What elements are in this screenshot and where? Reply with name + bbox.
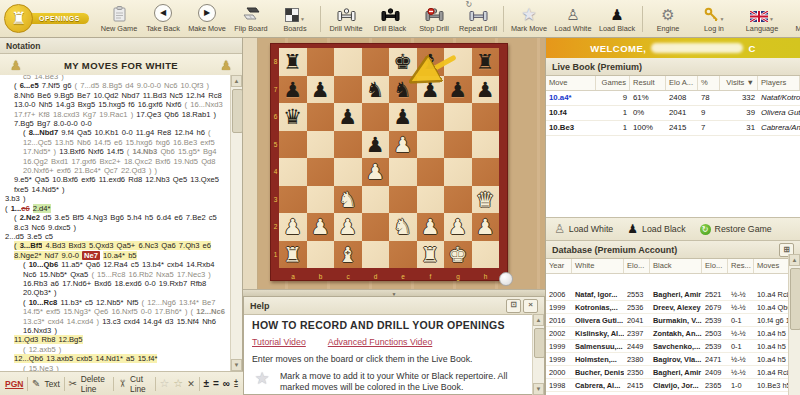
black-pawn[interactable]: ♟ — [366, 131, 385, 159]
white-pawn[interactable]: ♟ — [311, 213, 330, 241]
move-text[interactable]: 7.Bg5 Bg7 8.0-0-0 0-0 — [14, 119, 92, 128]
language-button[interactable]: ▼ Language — [737, 2, 787, 36]
black-knight[interactable]: ♞ — [393, 76, 412, 104]
cell[interactable]: 31 — [720, 121, 758, 135]
notation-line[interactable]: 11.Qd3 Rb8 12.Bg5 — [2, 335, 229, 344]
square-b1[interactable] — [307, 241, 335, 269]
square-b8[interactable] — [307, 48, 335, 76]
chess-board[interactable]: ♜♚♝♜♟♟♞♞♟♟♟♛♟♟♟♟♟♞♛♟♟♟♞♟♟♟♜♝♜♚ 87654321 … — [270, 43, 508, 281]
square-h3[interactable]: ♛ — [472, 186, 500, 214]
square-h5[interactable] — [472, 131, 500, 159]
cell[interactable]: 10.f4 g6 11.b4 h5... — [754, 314, 788, 326]
square-f5[interactable] — [417, 131, 445, 159]
notation-moves-area[interactable]: c5 14.Be3 )( 6...e5 7.Nf5 g6 ( 7...d5 8.… — [0, 75, 232, 371]
cell[interactable]: 2536 — [624, 301, 650, 313]
square-e7[interactable]: ♞ — [389, 76, 417, 104]
log-in-button[interactable]: ▼ Log in — [691, 2, 737, 36]
square-d8[interactable] — [362, 48, 390, 76]
cell[interactable]: 2471 — [702, 353, 728, 365]
column-header-result[interactable]: Result — [630, 76, 666, 90]
cell[interactable]: Bagirov, Vla... — [650, 353, 702, 365]
load-black-button[interactable]: ♟ Load Black — [596, 2, 638, 36]
cell[interactable]: 1998 — [546, 379, 572, 391]
scroll-up-arrow[interactable]: ▲ — [533, 314, 544, 326]
scroll-down-arrow[interactable]: ▼ — [231, 359, 242, 371]
cell[interactable]: Nataf, Igor... — [572, 288, 624, 300]
square-d1[interactable] — [362, 241, 390, 269]
cell[interactable]: Olivera Guti... — [758, 106, 800, 120]
column-header-black[interactable]: Black — [650, 259, 702, 273]
notation-line[interactable]: 2...d5 3.e5 c5 — [2, 232, 229, 241]
cell[interactable]: 39 — [720, 106, 758, 120]
black-bishop[interactable]: ♝ — [421, 48, 440, 76]
black-pawn[interactable]: ♟ — [448, 76, 467, 104]
move-text[interactable]: 2...d5 3.e5 c5 — [5, 232, 53, 241]
cell[interactable]: 10.a4 Qb6 11.a5... — [754, 301, 788, 313]
database-game-row[interactable]: 1998Cabrera, Al...2415Clavijo, Jor...236… — [546, 379, 788, 392]
square-g4[interactable] — [444, 158, 472, 186]
square-g8[interactable] — [444, 48, 472, 76]
cell[interactable]: ½-½ — [728, 301, 754, 313]
database-scrollbar[interactable]: ▲ ▼ — [788, 254, 800, 395]
cell[interactable]: 2365 — [702, 379, 728, 391]
notation-line[interactable]: ( 10...Rc8 11.b3* c5 12.Nb5* Nf5 ( 12...… — [2, 298, 229, 336]
move-text[interactable]: 10.a4* b5 — [103, 251, 137, 260]
database-game-row[interactable]: 2002Kislinsky, Al...2397Zontakh, An...25… — [546, 327, 788, 340]
cell[interactable]: 2539 — [702, 314, 728, 326]
cell[interactable]: 0-1 — [728, 314, 754, 326]
help-scrollbar[interactable]: ▲ ▼ — [532, 314, 544, 395]
square-a4[interactable] — [279, 158, 307, 186]
flip-board-button[interactable]: Flip Board — [230, 2, 272, 36]
cell[interactable]: 2041 — [624, 314, 650, 326]
square-b7[interactable]: ♟ — [307, 76, 335, 104]
square-h1[interactable] — [472, 241, 500, 269]
cell[interactable]: Kislinsky, Al... — [572, 327, 624, 339]
move-text[interactable]: 3.b3 ) — [5, 194, 25, 203]
cell[interactable]: Salmensuu,... — [572, 340, 624, 352]
white-knight[interactable]: ♞ — [338, 186, 357, 214]
chess-piece-logo-icon: ♜ — [4, 4, 33, 33]
cell[interactable]: 2350 — [624, 366, 650, 378]
cell[interactable]: Kotronias,... — [572, 301, 624, 313]
white-rook[interactable]: ♜ — [421, 241, 440, 269]
white-pawn[interactable]: ♟ — [476, 213, 495, 241]
cell[interactable]: 61% — [630, 91, 666, 105]
notation-line[interactable]: ( 3...Bf5 4.Bd3 Bxd3 5.Qxd3 Qa5+ 6.Nc3 Q… — [2, 241, 229, 260]
column-header-games[interactable]: Games — [596, 76, 630, 90]
square-d3[interactable] — [362, 186, 390, 214]
square-c1[interactable]: ♝ — [334, 241, 362, 269]
cell[interactable]: 1-0 — [728, 379, 754, 391]
column-header-white[interactable]: White — [572, 259, 624, 273]
move-text[interactable]: 6...e5 — [20, 81, 39, 90]
move-text[interactable]: d5 3.e5 Bf5 4.Ng3 Bg6 5.h4 h5 6.d4 e6 7.… — [14, 213, 217, 231]
square-b5[interactable] — [307, 131, 335, 159]
move-text[interactable]: 17.Qe3 Qb6 18.Rab1 ) — [136, 110, 216, 119]
restore-game-button[interactable]: ↻ Restore Game — [700, 224, 772, 235]
database-header: Database (Premium Account) ⊞ — [546, 240, 800, 259]
cell[interactable]: 2539 — [702, 340, 728, 352]
white-pawn[interactable]: ♟ — [421, 213, 440, 241]
move-text[interactable]: ( 15...Rc8 16.Rb2 Nxa5 17.Nec3 ) — [91, 270, 210, 279]
cell[interactable]: ½-½ — [728, 327, 754, 339]
cell[interactable]: Bagheri, Amir — [650, 288, 702, 300]
square-a8[interactable]: ♜ — [279, 48, 307, 76]
move-text[interactable]: 11.Qd3 Rb8 12.Bg5 — [14, 335, 83, 344]
cell[interactable]: 10.a4 Rc8 11.Rd1... — [754, 366, 788, 378]
cell[interactable]: 10.a4 Rc8 11.Be3... — [754, 288, 788, 300]
square-h4[interactable] — [472, 158, 500, 186]
stop-drill-button[interactable]: Stop Drill — [413, 2, 455, 36]
scrollbar-thumb[interactable] — [232, 89, 243, 133]
move-text[interactable]: c6 — [21, 204, 29, 213]
close-icon[interactable]: × — [523, 299, 538, 313]
database-game-row[interactable]: 1999Salmensuu,...2449Savchenko,...25390-… — [546, 340, 788, 353]
cell[interactable]: 7 — [698, 121, 720, 135]
cell[interactable]: 2006 — [546, 288, 572, 300]
star-outline-icon[interactable]: ☆ — [159, 377, 169, 390]
move-text[interactable]: ( — [14, 241, 20, 250]
notation-line[interactable]: ( 8...Nbd7 9.f4 Qa5 10.Kb1 0-0 11.g4 Re8… — [2, 128, 229, 175]
cell[interactable]: 10.a4 h5 11.Bg5... — [754, 327, 788, 339]
eval-plus-minus-button[interactable]: ± — [203, 378, 209, 389]
square-c7[interactable] — [334, 76, 362, 104]
cell[interactable]: 2397 — [624, 327, 650, 339]
cell[interactable]: 1999 — [546, 340, 572, 352]
square-a7[interactable]: ♟ — [279, 76, 307, 104]
move-text[interactable]: ( 7...d5 8.Bg5 d4 9.0-0-0 Nc6 10.Qf3 ) — [75, 81, 209, 90]
column-header-move[interactable]: Move — [546, 76, 596, 90]
square-g2[interactable]: ♟ — [444, 213, 472, 241]
new-game-button[interactable]: New Game — [98, 2, 140, 36]
square-g1[interactable]: ♚ — [444, 241, 472, 269]
black-pawn[interactable]: ♟ — [311, 76, 330, 104]
mark-move-button[interactable]: ★ Mark Move — [508, 2, 550, 36]
cell[interactable]: 2380 — [624, 353, 650, 365]
white-pawn[interactable]: ♟ — [366, 158, 385, 186]
cell[interactable]: 10.f4 — [546, 106, 596, 120]
cell[interactable]: Olivera Guti... — [572, 314, 624, 326]
cell[interactable]: Bagheri, Amir — [650, 366, 702, 378]
popout-icon[interactable]: ⊡ — [506, 299, 521, 313]
scrollbar-thumb[interactable] — [534, 328, 545, 358]
move-text[interactable]: c5 14.Be3 ) — [23, 75, 64, 81]
square-f2[interactable]: ♟ — [417, 213, 445, 241]
load-white-button[interactable]: ♙ Load White — [554, 223, 613, 235]
move-text[interactable]: 2.Ne2 — [20, 213, 40, 222]
repeat-drill-label: Repeat Drill — [459, 24, 497, 33]
square-b3[interactable] — [307, 186, 335, 214]
black-pawn[interactable]: ♟ — [283, 76, 302, 104]
square-h7[interactable]: ♟ — [472, 76, 500, 104]
scroll-up-arrow[interactable]: ▲ — [231, 75, 242, 87]
make-move-button[interactable]: ▶ Make Move — [186, 2, 228, 36]
text-button[interactable]: Text — [44, 379, 59, 389]
square-b2[interactable]: ♟ — [307, 213, 335, 241]
move-text[interactable]: 9.e5* Qa5 10.Bxf6 exf6 11.exd6 Rd8 12.Nb… — [14, 175, 219, 193]
cell[interactable]: 2000 — [546, 366, 572, 378]
notation-line[interactable]: ( 10...Qb6 11.a5* Qa6 12.Ra4 c5 13.b4* c… — [2, 260, 229, 298]
white-pawn[interactable]: ♟ — [283, 213, 302, 241]
white-pawn[interactable]: ♟ — [393, 131, 412, 159]
move-text[interactable]: ( 15.Ne3 ) — [23, 364, 59, 371]
square-c8[interactable] — [334, 48, 362, 76]
cell[interactable]: 9 — [698, 106, 720, 120]
square-h8[interactable]: ♜ — [472, 48, 500, 76]
eval-plus-over-equals-button[interactable]: + = — [234, 380, 238, 389]
notation-line[interactable]: ( 6...e5 7.Nf5 g6 ( 7...d5 8.Bg5 d4 9.0-… — [2, 81, 229, 119]
square-c3[interactable]: ♞ — [334, 186, 362, 214]
square-g7[interactable]: ♟ — [444, 76, 472, 104]
square-e1[interactable] — [389, 241, 417, 269]
move-text[interactable]: Ne7 — [82, 251, 100, 260]
cell[interactable]: Bucher, Denis — [572, 366, 624, 378]
eval-unclear-button[interactable]: ∞ — [223, 378, 230, 389]
square-e4[interactable] — [389, 158, 417, 186]
move-text[interactable]: 13.c3* cxd4 14.cxd4 ) — [23, 317, 102, 326]
square-d6[interactable] — [362, 103, 390, 131]
database-game-row[interactable]: 2016Olivera Guti...2041Burmakin, V...253… — [546, 314, 788, 327]
cell[interactable]: 1999 — [546, 301, 572, 313]
pgn-button[interactable]: PGN — [5, 379, 23, 389]
cell[interactable]: Holmsten,... — [572, 353, 624, 365]
column-header-year[interactable]: Year — [546, 259, 572, 273]
repeat-drill-button[interactable]: ↻ Repeat Drill — [457, 2, 499, 36]
cell[interactable]: 78 — [698, 91, 720, 105]
square-h6[interactable] — [472, 103, 500, 131]
cell[interactable]: 2041 — [666, 106, 698, 120]
square-d7[interactable]: ♞ — [362, 76, 390, 104]
square-g3[interactable] — [444, 186, 472, 214]
square-g5[interactable] — [444, 131, 472, 159]
black-rook[interactable]: ♜ — [476, 48, 495, 76]
cell[interactable]: Clavijo, Jor... — [650, 379, 702, 391]
square-d5[interactable]: ♟ — [362, 131, 390, 159]
cell[interactable]: Dreev, Alexey — [650, 301, 702, 313]
column-header-elo[interactable]: Elo... — [624, 259, 650, 273]
square-f6[interactable] — [417, 103, 445, 131]
advanced-functions-video-link[interactable]: Advanced Functions Video — [328, 337, 433, 347]
cut-line-button[interactable]: Cut Line — [130, 374, 151, 394]
notation-line[interactable]: ( 12.axb5 ) — [2, 345, 229, 354]
help-title-bar: Help ⊡ × — [244, 297, 544, 315]
square-f4[interactable] — [417, 158, 445, 186]
square-e5[interactable]: ♟ — [389, 131, 417, 159]
notation-line[interactable]: ( 1...c6 2.d4* — [2, 204, 229, 213]
move-text[interactable]: 10...Rc8 — [29, 298, 58, 307]
cell[interactable]: 10.a4* — [546, 91, 596, 105]
column-header-eloa[interactable]: Elo A... — [666, 76, 698, 90]
square-c2[interactable]: ♟ — [334, 213, 362, 241]
boards-button[interactable]: ▼ Boards — [274, 2, 316, 36]
delete-line-scissors-icon: ✂ — [68, 378, 76, 389]
black-pawn[interactable]: ♟ — [476, 76, 495, 104]
cell[interactable]: 2521 — [702, 288, 728, 300]
black-pawn[interactable]: ♟ — [393, 103, 412, 131]
square-a6[interactable]: ♛ — [279, 103, 307, 131]
live-book-row[interactable]: 10.a4*961%240878332Nataf/Kotro... — [546, 91, 800, 106]
engine-button[interactable]: ⚙ Engine — [647, 2, 689, 36]
cell[interactable]: 2679 — [702, 301, 728, 313]
cell[interactable]: Savchenko,... — [650, 340, 702, 352]
square-b4[interactable] — [307, 158, 335, 186]
cell[interactable]: 2449 — [624, 340, 650, 352]
cell[interactable]: Cabrera/An... — [758, 121, 800, 135]
white-pawn[interactable]: ♟ — [338, 213, 357, 241]
square-d2[interactable] — [362, 213, 390, 241]
square-e8[interactable]: ♚ — [389, 48, 417, 76]
black-rook[interactable]: ♜ — [283, 48, 302, 76]
square-d4[interactable]: ♟ — [362, 158, 390, 186]
cell[interactable]: Cabrera, Al... — [572, 379, 624, 391]
cell[interactable]: 0% — [630, 106, 666, 120]
live-book-row[interactable]: 10.Be31100%2415731Cabrera/An... — [546, 121, 800, 136]
drill-white-button[interactable]: Drill White — [325, 2, 367, 36]
move-text[interactable]: 14.Nb3 — [132, 147, 157, 156]
cell[interactable]: 0-1 — [728, 340, 754, 352]
database-game-row[interactable]: 1999Holmsten,...2380Bagirov, Vla...2471½… — [546, 353, 788, 366]
board-resize-handle[interactable] — [499, 272, 513, 286]
notation-line[interactable]: 3.b3 ) — [2, 194, 229, 203]
square-f3[interactable] — [417, 186, 445, 214]
cell[interactable]: 2002 — [546, 327, 572, 339]
move-text[interactable]: ( 12.axb5 ) — [23, 345, 61, 354]
move-text[interactable]: 8...Nbd7 — [29, 128, 59, 137]
notation-line[interactable]: ( 15.Ne3 ) — [2, 364, 229, 371]
cell[interactable]: 10.a4 h5 11.b3... — [754, 353, 788, 365]
column-header-res[interactable]: Res... — [728, 259, 754, 273]
cell[interactable]: Nataf/Kotro... — [758, 91, 800, 105]
cell[interactable]: 2415 — [666, 121, 698, 135]
column-header-%[interactable]: % — [698, 76, 720, 90]
database-game-row[interactable]: 2000Bucher, Denis2350Bagheri, Amir2409½-… — [546, 366, 788, 379]
square-c6[interactable]: ♟ — [334, 103, 362, 131]
cell[interactable]: ½-½ — [728, 353, 754, 365]
live-book-column-headers[interactable]: MoveGamesResultElo A...%Visits ▼Players — [546, 76, 800, 91]
move-text[interactable]: 9.f4 Qa5 10.Kb1 0-0 11.g4 Re8 12.h4 h6 — [58, 128, 208, 137]
load-black-button[interactable]: ♟ Load Black — [627, 223, 685, 235]
white-rook[interactable]: ♜ — [283, 241, 302, 269]
move-text[interactable]: 16.Rb3 a6 17.Nd6+ Bxd6 18.exd6 0-0 19.Rx… — [23, 279, 206, 297]
move-text[interactable]: 11.b3* c5 12.Nb5* Nf5 — [57, 298, 141, 307]
move-text[interactable]: 12...Qb6 13.axb5 cxb5 14.Nd1* a5 15.f4* — [14, 354, 157, 363]
eval-equal-button[interactable]: = — [213, 378, 219, 389]
square-e2[interactable]: ♞ — [389, 213, 417, 241]
square-a2[interactable]: ♟ — [279, 213, 307, 241]
scroll-down-arrow[interactable]: ▼ — [533, 383, 544, 395]
move-text[interactable]: 10...Qb6 — [29, 260, 59, 269]
notation-line[interactable]: 7.Bg5 Bg7 8.0-0-0 0-0 — [2, 119, 229, 128]
notation-tab[interactable]: Notation — [0, 38, 242, 54]
white-knight[interactable]: ♞ — [393, 213, 412, 241]
take-back-button[interactable]: ◀ Take Back — [142, 2, 184, 36]
cell[interactable]: 100% — [630, 121, 666, 135]
square-f8[interactable]: ♝ — [417, 48, 445, 76]
cell[interactable]: 2016 — [546, 314, 572, 326]
black-queen[interactable]: ♛ — [283, 103, 302, 131]
cell[interactable]: ½-½ — [728, 288, 754, 300]
square-b6[interactable] — [307, 103, 335, 131]
white-queen[interactable]: ♛ — [476, 186, 495, 214]
square-f7[interactable]: ♟ — [417, 76, 445, 104]
cell[interactable]: Burmakin, V... — [650, 314, 702, 326]
move-text[interactable]: 3...Bf5 — [20, 241, 43, 250]
square-c4[interactable] — [334, 158, 362, 186]
load-white-button[interactable]: ♙ Load White — [552, 2, 594, 36]
cell[interactable]: 1999 — [546, 353, 572, 365]
scrollbar-thumb[interactable] — [790, 268, 800, 330]
delete-line-button[interactable]: Delete Line — [81, 374, 109, 394]
cut-line-scissors-icon: ✂ — [116, 379, 127, 387]
square-h2[interactable]: ♟ — [472, 213, 500, 241]
square-e6[interactable]: ♟ — [389, 103, 417, 131]
tutorial-video-link[interactable]: Tutorial Video — [252, 337, 306, 347]
live-book-row[interactable]: 10.f410%2041939Olivera Guti... — [546, 106, 800, 121]
cell[interactable]: 2409 — [702, 366, 728, 378]
notation-line[interactable]: ( 2.Ne2 d5 3.e5 Bf5 4.Ng3 Bg6 5.h4 h5 6.… — [2, 213, 229, 232]
black-king[interactable]: ♚ — [393, 48, 412, 76]
cell[interactable]: 2553 — [624, 288, 650, 300]
square-a3[interactable] — [279, 186, 307, 214]
cell[interactable]: 2408 — [666, 91, 698, 105]
delete-annotation-icon[interactable]: ✕ — [187, 379, 195, 389]
cell[interactable]: 2503 — [702, 327, 728, 339]
notation-scrollbar[interactable]: ▲ ▼ — [230, 75, 242, 371]
cell[interactable]: Zontakh, An... — [650, 327, 702, 339]
notation-line[interactable]: 9.e5* Qa5 10.Bxf6 exf6 11.exd6 Rd8 12.Nb… — [2, 175, 229, 194]
square-a1[interactable]: ♜ — [279, 241, 307, 269]
column-header-visits[interactable]: Visits ▼ — [720, 76, 758, 90]
move-text[interactable]: 2.d4* — [33, 204, 51, 213]
cell[interactable]: 9 — [596, 91, 630, 105]
cell[interactable]: 2415 — [624, 379, 650, 391]
move-text[interactable]: 1... — [11, 204, 22, 213]
move-text[interactable]: 7.Nf5 g6 — [39, 81, 75, 90]
black-knight[interactable]: ♞ — [366, 76, 385, 104]
cell[interactable]: 1 — [596, 121, 630, 135]
column-header-players[interactable]: Players — [758, 76, 800, 90]
star-outline-icon[interactable]: ☆ — [173, 377, 183, 390]
notation-line[interactable]: 12...Qb6 13.axb5 cxb5 14.Nd1* a5 15.f4* — [2, 354, 229, 363]
drill-black-button[interactable]: Drill Black — [369, 2, 411, 36]
white-pawn[interactable]: ♟ — [448, 213, 467, 241]
cell[interactable]: 10.Be3 h5 11.Kh1... — [754, 379, 788, 391]
black-pawn[interactable]: ♟ — [421, 76, 440, 104]
database-game-row[interactable]: 2006Nataf, Igor...2553Bagheri, Amir2521½… — [546, 288, 788, 301]
square-f1[interactable]: ♜ — [417, 241, 445, 269]
white-bishop[interactable]: ♝ — [338, 241, 357, 269]
move-text[interactable]: 13.Bxf6 Nxf6 14.f5 — [59, 147, 127, 156]
move-text[interactable]: 12...Nc6 — [196, 307, 225, 316]
column-header-elo[interactable]: Elo... — [702, 259, 728, 273]
more-apps-button[interactable]: ▼ More Apps — [787, 2, 800, 36]
scroll-up-arrow[interactable]: ▲ — [789, 254, 800, 266]
cell[interactable]: 332 — [720, 91, 758, 105]
database-game-row[interactable]: 1999Kotronias,...2536Dreev, Alexey2679½-… — [546, 301, 788, 314]
cell[interactable]: 10.Be3 — [546, 121, 596, 135]
cell[interactable]: 10.a4 h5 11.b3 g... — [754, 340, 788, 352]
square-e3[interactable] — [389, 186, 417, 214]
square-g6[interactable] — [444, 103, 472, 131]
cell[interactable]: 1 — [596, 106, 630, 120]
square-c5[interactable] — [334, 131, 362, 159]
database-column-headers[interactable]: YearWhiteElo...BlackElo...Res...Moves — [546, 259, 800, 274]
black-pawn[interactable]: ♟ — [338, 103, 357, 131]
cell[interactable]: ½-½ — [728, 366, 754, 378]
square-a5[interactable] — [279, 131, 307, 159]
white-king[interactable]: ♚ — [448, 241, 467, 269]
